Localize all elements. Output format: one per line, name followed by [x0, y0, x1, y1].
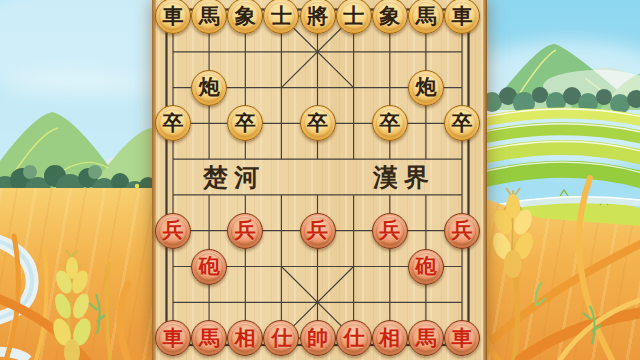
piece-character: 馬: [199, 328, 220, 349]
piece-character: 兵: [452, 220, 473, 241]
board-left-edge: [152, 0, 156, 360]
piece-character: 卒: [163, 113, 184, 134]
board-right-edge: [483, 0, 487, 360]
piece-red-horse[interactable]: 馬: [408, 320, 444, 356]
piece-character: 仕: [343, 328, 364, 349]
river-label-chu-he: 楚河: [203, 161, 265, 194]
piece-character: 車: [163, 6, 184, 27]
piece-black-soldier[interactable]: 卒: [155, 105, 191, 141]
piece-black-soldier[interactable]: 卒: [372, 105, 408, 141]
piece-character: 象: [379, 6, 400, 27]
piece-character: 炮: [199, 77, 220, 98]
piece-character: 象: [235, 6, 256, 27]
piece-character: 車: [452, 328, 473, 349]
piece-red-elephant[interactable]: 相: [372, 320, 408, 356]
piece-character: 車: [452, 6, 473, 27]
piece-character: 車: [163, 328, 184, 349]
piece-character: 卒: [379, 113, 400, 134]
piece-red-soldier[interactable]: 兵: [372, 213, 408, 249]
piece-character: 士: [343, 6, 364, 27]
piece-black-soldier[interactable]: 卒: [444, 105, 480, 141]
piece-red-cannon[interactable]: 砲: [191, 249, 227, 285]
piece-red-horse[interactable]: 馬: [191, 320, 227, 356]
piece-character: 馬: [199, 6, 220, 27]
piece-black-cannon[interactable]: 炮: [408, 70, 444, 106]
piece-red-soldier[interactable]: 兵: [300, 213, 336, 249]
piece-character: 卒: [452, 113, 473, 134]
piece-red-advisor[interactable]: 仕: [336, 320, 372, 356]
piece-character: 兵: [379, 220, 400, 241]
piece-character: 兵: [307, 220, 328, 241]
piece-character: 卒: [307, 113, 328, 134]
piece-red-soldier[interactable]: 兵: [155, 213, 191, 249]
xiangqi-board[interactable]: 楚河 漢界 車馬象士將士象馬車炮炮卒卒卒卒卒兵兵兵兵兵砲砲車馬相仕帥仕相馬車: [152, 0, 487, 360]
piece-character: 相: [379, 328, 400, 349]
piece-character: 砲: [199, 256, 220, 277]
piece-black-soldier[interactable]: 卒: [300, 105, 336, 141]
piece-character: 士: [271, 6, 292, 27]
piece-red-chariot[interactable]: 車: [155, 320, 191, 356]
piece-red-advisor[interactable]: 仕: [263, 320, 299, 356]
piece-red-soldier[interactable]: 兵: [444, 213, 480, 249]
piece-character: 卒: [235, 113, 256, 134]
piece-red-general[interactable]: 帥: [300, 320, 336, 356]
piece-character: 帥: [307, 328, 328, 349]
piece-red-cannon[interactable]: 砲: [408, 249, 444, 285]
game-screen: 楚河 漢界 車馬象士將士象馬車炮炮卒卒卒卒卒兵兵兵兵兵砲砲車馬相仕帥仕相馬車: [0, 0, 640, 360]
piece-character: 兵: [235, 220, 256, 241]
piece-character: 馬: [415, 6, 436, 27]
piece-red-elephant[interactable]: 相: [227, 320, 263, 356]
wheat-head-icon: [50, 250, 94, 360]
river-label-han-jie: 漢界: [373, 161, 435, 194]
piece-character: 相: [235, 328, 256, 349]
piece-black-cannon[interactable]: 炮: [191, 70, 227, 106]
piece-character: 將: [307, 6, 328, 27]
piece-character: 馬: [415, 328, 436, 349]
piece-red-chariot[interactable]: 車: [444, 320, 480, 356]
piece-character: 兵: [163, 220, 184, 241]
piece-black-soldier[interactable]: 卒: [227, 105, 263, 141]
piece-character: 仕: [271, 328, 292, 349]
piece-character: 炮: [415, 77, 436, 98]
wheat-head-icon: [490, 188, 537, 278]
piece-character: 砲: [415, 256, 436, 277]
piece-red-soldier[interactable]: 兵: [227, 213, 263, 249]
